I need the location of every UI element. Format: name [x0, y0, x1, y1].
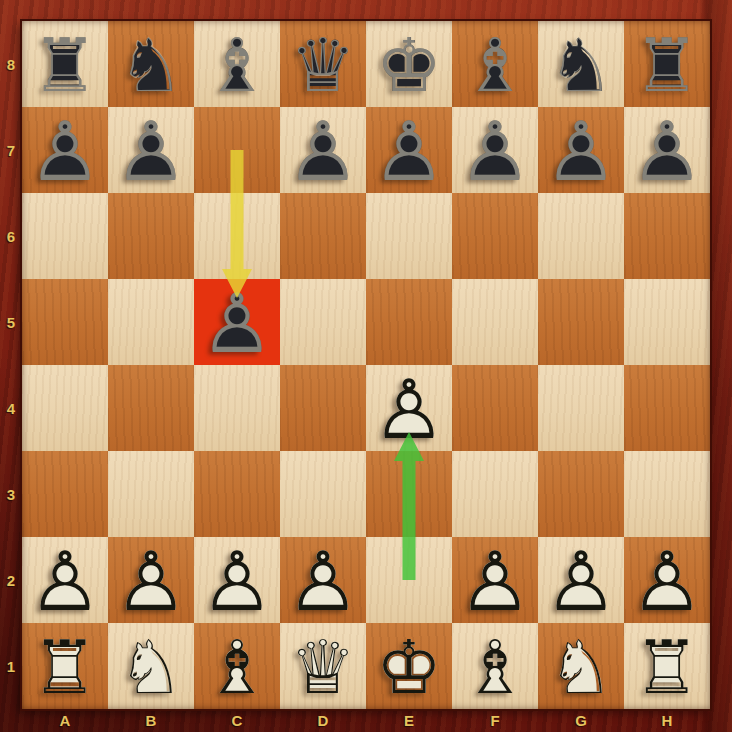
square-d7[interactable]: ♟♙	[280, 107, 366, 193]
file-label-G: G	[538, 709, 624, 732]
piece-outline-glyph: ♙	[452, 537, 538, 623]
square-b8[interactable]: ♞♘	[108, 21, 194, 107]
square-c8[interactable]: ♝♗	[194, 21, 280, 107]
piece-outline-glyph: ♘	[538, 623, 624, 709]
piece-outline-glyph: ♖	[624, 21, 710, 107]
white-pawn[interactable]: ♟♙	[452, 537, 538, 623]
black-bishop[interactable]: ♝♗	[194, 21, 280, 107]
piece-outline-glyph: ♕	[280, 21, 366, 107]
piece-outline-glyph: ♙	[624, 537, 710, 623]
file-label-B: B	[108, 709, 194, 732]
white-knight[interactable]: ♞♘	[538, 623, 624, 709]
square-b6[interactable]	[108, 193, 194, 279]
square-d3[interactable]	[280, 451, 366, 537]
square-g6[interactable]	[538, 193, 624, 279]
rank-label-7: 7	[0, 107, 22, 193]
square-c2[interactable]: ♟♙	[194, 537, 280, 623]
white-pawn[interactable]: ♟♙	[280, 537, 366, 623]
black-pawn[interactable]: ♟♙	[624, 107, 710, 193]
square-h6[interactable]	[624, 193, 710, 279]
piece-outline-glyph: ♙	[108, 107, 194, 193]
square-g8[interactable]: ♞♘	[538, 21, 624, 107]
piece-outline-glyph: ♔	[366, 21, 452, 107]
square-b7[interactable]: ♟♙	[108, 107, 194, 193]
square-a2[interactable]: ♟♙	[22, 537, 108, 623]
square-f3[interactable]	[452, 451, 538, 537]
square-e5[interactable]	[366, 279, 452, 365]
square-h3[interactable]	[624, 451, 710, 537]
square-f8[interactable]: ♝♗	[452, 21, 538, 107]
file-label-A: A	[22, 709, 108, 732]
black-bishop[interactable]: ♝♗	[452, 21, 538, 107]
piece-outline-glyph: ♖	[22, 623, 108, 709]
piece-outline-glyph: ♔	[366, 623, 452, 709]
white-bishop[interactable]: ♝♗	[194, 623, 280, 709]
square-d1[interactable]: ♛♕	[280, 623, 366, 709]
piece-outline-glyph: ♖	[22, 21, 108, 107]
square-g7[interactable]: ♟♙	[538, 107, 624, 193]
square-c5[interactable]: ♟♙	[194, 279, 280, 365]
square-a7[interactable]: ♟♙	[22, 107, 108, 193]
file-label-E: E	[366, 709, 452, 732]
square-f2[interactable]: ♟♙	[452, 537, 538, 623]
square-b2[interactable]: ♟♙	[108, 537, 194, 623]
black-queen[interactable]: ♛♕	[280, 21, 366, 107]
square-f6[interactable]	[452, 193, 538, 279]
piece-outline-glyph: ♘	[538, 21, 624, 107]
piece-outline-glyph: ♙	[108, 537, 194, 623]
white-knight[interactable]: ♞♘	[108, 623, 194, 709]
file-label-H: H	[624, 709, 710, 732]
square-e6[interactable]	[366, 193, 452, 279]
square-f4[interactable]	[452, 365, 538, 451]
black-pawn[interactable]: ♟♙	[108, 107, 194, 193]
square-h5[interactable]	[624, 279, 710, 365]
white-rook[interactable]: ♜♖	[22, 623, 108, 709]
piece-outline-glyph: ♙	[280, 537, 366, 623]
square-c6[interactable]	[194, 193, 280, 279]
black-knight[interactable]: ♞♘	[108, 21, 194, 107]
piece-outline-glyph: ♙	[452, 107, 538, 193]
rank-label-1: 1	[0, 623, 22, 709]
square-b5[interactable]	[108, 279, 194, 365]
white-queen[interactable]: ♛♕	[280, 623, 366, 709]
white-pawn[interactable]: ♟♙	[366, 365, 452, 451]
square-a5[interactable]	[22, 279, 108, 365]
piece-outline-glyph: ♙	[22, 537, 108, 623]
square-c3[interactable]	[194, 451, 280, 537]
piece-outline-glyph: ♙	[366, 365, 452, 451]
piece-outline-glyph: ♙	[194, 279, 280, 365]
piece-outline-glyph: ♗	[452, 21, 538, 107]
square-c1[interactable]: ♝♗	[194, 623, 280, 709]
square-e4[interactable]: ♟♙	[366, 365, 452, 451]
square-e8[interactable]: ♚♔	[366, 21, 452, 107]
square-a4[interactable]	[22, 365, 108, 451]
square-g4[interactable]	[538, 365, 624, 451]
board: ♜♖♞♘♝♗♛♕♚♔♝♗♞♘♜♖♟♙♟♙♟♙♟♙♟♙♟♙♟♙♟♙♟♙♟♙♟♙♟♙…	[22, 21, 710, 709]
square-h2[interactable]: ♟♙	[624, 537, 710, 623]
rank-label-8: 8	[0, 21, 22, 107]
square-d4[interactable]	[280, 365, 366, 451]
rank-label-2: 2	[0, 537, 22, 623]
square-e7[interactable]: ♟♙	[366, 107, 452, 193]
white-pawn[interactable]: ♟♙	[538, 537, 624, 623]
black-rook[interactable]: ♜♖	[22, 21, 108, 107]
square-g2[interactable]: ♟♙	[538, 537, 624, 623]
black-pawn[interactable]: ♟♙	[452, 107, 538, 193]
piece-outline-glyph: ♗	[452, 623, 538, 709]
square-a6[interactable]	[22, 193, 108, 279]
piece-outline-glyph: ♙	[22, 107, 108, 193]
square-d5[interactable]	[280, 279, 366, 365]
square-d8[interactable]: ♛♕	[280, 21, 366, 107]
rank-label-5: 5	[0, 279, 22, 365]
square-a1[interactable]: ♜♖	[22, 623, 108, 709]
piece-outline-glyph: ♙	[280, 107, 366, 193]
square-c7[interactable]	[194, 107, 280, 193]
piece-outline-glyph: ♘	[108, 623, 194, 709]
square-f5[interactable]	[452, 279, 538, 365]
square-h8[interactable]: ♜♖	[624, 21, 710, 107]
black-pawn[interactable]: ♟♙	[538, 107, 624, 193]
piece-outline-glyph: ♗	[194, 21, 280, 107]
white-pawn[interactable]: ♟♙	[624, 537, 710, 623]
black-pawn[interactable]: ♟♙	[366, 107, 452, 193]
square-a8[interactable]: ♜♖	[22, 21, 108, 107]
black-pawn[interactable]: ♟♙	[194, 279, 280, 365]
white-rook[interactable]: ♜♖	[624, 623, 710, 709]
white-king[interactable]: ♚♔	[366, 623, 452, 709]
rank-labels: 87654321	[0, 21, 22, 709]
rank-label-3: 3	[0, 451, 22, 537]
square-h1[interactable]: ♜♖	[624, 623, 710, 709]
square-f7[interactable]: ♟♙	[452, 107, 538, 193]
white-pawn[interactable]: ♟♙	[22, 537, 108, 623]
square-b4[interactable]	[108, 365, 194, 451]
piece-outline-glyph: ♘	[108, 21, 194, 107]
square-h7[interactable]: ♟♙	[624, 107, 710, 193]
square-e2[interactable]	[366, 537, 452, 623]
file-label-C: C	[194, 709, 280, 732]
square-f1[interactable]: ♝♗	[452, 623, 538, 709]
piece-outline-glyph: ♙	[538, 537, 624, 623]
piece-outline-glyph: ♙	[538, 107, 624, 193]
square-c4[interactable]	[194, 365, 280, 451]
square-b3[interactable]	[108, 451, 194, 537]
square-e3[interactable]	[366, 451, 452, 537]
black-king[interactable]: ♚♔	[366, 21, 452, 107]
rank-label-4: 4	[0, 365, 22, 451]
piece-outline-glyph: ♗	[194, 623, 280, 709]
square-g1[interactable]: ♞♘	[538, 623, 624, 709]
black-knight[interactable]: ♞♘	[538, 21, 624, 107]
square-h4[interactable]	[624, 365, 710, 451]
black-pawn[interactable]: ♟♙	[22, 107, 108, 193]
file-labels: ABCDEFGH	[22, 709, 710, 732]
square-g3[interactable]	[538, 451, 624, 537]
square-g5[interactable]	[538, 279, 624, 365]
white-bishop[interactable]: ♝♗	[452, 623, 538, 709]
square-d6[interactable]	[280, 193, 366, 279]
piece-outline-glyph: ♖	[624, 623, 710, 709]
piece-outline-glyph: ♙	[194, 537, 280, 623]
piece-outline-glyph: ♙	[624, 107, 710, 193]
piece-outline-glyph: ♙	[366, 107, 452, 193]
square-e1[interactable]: ♚♔	[366, 623, 452, 709]
file-label-D: D	[280, 709, 366, 732]
square-a3[interactable]	[22, 451, 108, 537]
file-label-F: F	[452, 709, 538, 732]
black-rook[interactable]: ♜♖	[624, 21, 710, 107]
white-pawn[interactable]: ♟♙	[194, 537, 280, 623]
square-d2[interactable]: ♟♙	[280, 537, 366, 623]
black-pawn[interactable]: ♟♙	[280, 107, 366, 193]
square-b1[interactable]: ♞♘	[108, 623, 194, 709]
white-pawn[interactable]: ♟♙	[108, 537, 194, 623]
piece-outline-glyph: ♕	[280, 623, 366, 709]
rank-label-6: 6	[0, 193, 22, 279]
chessboard-frame: ♜♖♞♘♝♗♛♕♚♔♝♗♞♘♜♖♟♙♟♙♟♙♟♙♟♙♟♙♟♙♟♙♟♙♟♙♟♙♟♙…	[0, 0, 732, 732]
